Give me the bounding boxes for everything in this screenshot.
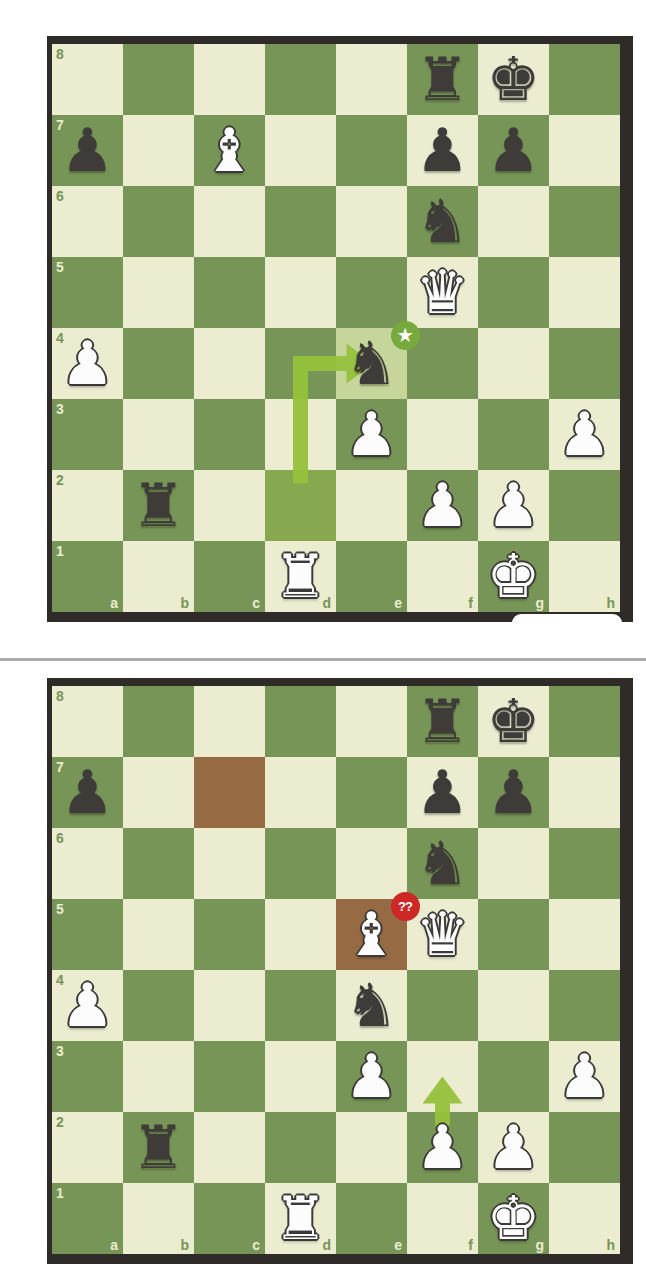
separator-line [0,658,646,661]
square-e2[interactable] [336,470,407,541]
square-g4[interactable] [478,328,549,399]
tooltip-notch [512,614,622,658]
piece-white-rook-d1[interactable]: ♜ [265,1183,336,1254]
square-d3[interactable] [265,1041,336,1112]
square-c2[interactable] [194,1112,265,1183]
piece-white-pawn-a4[interactable]: ♟ [52,328,123,399]
piece-white-pawn-e3[interactable]: ♟ [336,399,407,470]
square-h6[interactable] [549,186,620,257]
square-a5[interactable]: 5 [52,899,123,970]
square-a3[interactable]: 3 [52,1041,123,1112]
square-a1[interactable]: 1a [52,541,123,612]
square-d7[interactable] [265,115,336,186]
page: 87654321abcdefgh ♜♚♟♝♟♟♞♛♟♞♟♟♜♟♟♜♚ ★ 876… [0,0,646,1276]
square-c8[interactable] [194,44,265,115]
square-c3[interactable] [194,399,265,470]
square-f1[interactable]: f [407,1183,478,1254]
file-label-a: a [110,1238,118,1252]
square-a6[interactable]: 6 [52,828,123,899]
square-g3[interactable] [478,399,549,470]
square-g5[interactable] [478,257,549,328]
rank-label-2: 2 [56,473,64,487]
rank-label-5: 5 [56,902,64,916]
piece-black-knight-f6[interactable]: ♞ [407,186,478,257]
piece-white-pawn-g2[interactable]: ♟ [478,1112,549,1183]
square-a3[interactable]: 3 [52,399,123,470]
file-label-e: e [394,596,402,610]
square-h6[interactable] [549,828,620,899]
square-a6[interactable]: 6 [52,186,123,257]
square-h4[interactable] [549,970,620,1041]
square-h7[interactable] [549,757,620,828]
piece-white-rook-d1[interactable]: ♜ [265,541,336,612]
piece-black-pawn-a7[interactable]: ♟ [52,115,123,186]
square-b5[interactable] [123,257,194,328]
square-b1[interactable]: b [123,1183,194,1254]
square-g6[interactable] [478,186,549,257]
square-g6[interactable] [478,828,549,899]
square-a8[interactable]: 8 [52,686,123,757]
square-b4[interactable] [123,970,194,1041]
piece-black-knight-f6[interactable]: ♞ [407,828,478,899]
piece-black-rook-f8[interactable]: ♜ [407,686,478,757]
square-d2[interactable] [265,1112,336,1183]
square-b3[interactable] [123,1041,194,1112]
square-d6[interactable] [265,828,336,899]
file-label-b: b [180,1238,189,1252]
rank-label-8: 8 [56,47,64,61]
square-h8[interactable] [549,44,620,115]
piece-white-queen-f5[interactable]: ♛ [407,257,478,328]
square-c2[interactable] [194,470,265,541]
piece-black-king-g8[interactable]: ♚ [478,44,549,115]
square-b8[interactable] [123,44,194,115]
square-c1[interactable]: c [194,1183,265,1254]
square-c8[interactable] [194,686,265,757]
square-h2[interactable] [549,470,620,541]
square-a1[interactable]: 1a [52,1183,123,1254]
square-e1[interactable]: e [336,541,407,612]
rank-label-6: 6 [56,831,64,845]
square-c7-blunder-highlight[interactable] [194,757,265,828]
piece-white-pawn-h3[interactable]: ♟ [549,1041,620,1112]
square-e6[interactable] [336,828,407,899]
file-label-f: f [468,1238,473,1252]
square-e1[interactable]: e [336,1183,407,1254]
piece-black-pawn-f7[interactable]: ♟ [407,757,478,828]
piece-white-pawn-f2[interactable]: ♟ [407,470,478,541]
square-e8[interactable] [336,44,407,115]
piece-black-knight-e4[interactable]: ♞ [336,970,407,1041]
square-h5[interactable] [549,899,620,970]
piece-white-pawn-f2[interactable]: ♟ [407,1112,478,1183]
square-d8[interactable] [265,686,336,757]
square-b6[interactable] [123,828,194,899]
square-d4[interactable] [265,328,336,399]
square-f1[interactable]: f [407,541,478,612]
square-d2-best-highlight[interactable] [265,470,336,541]
square-b1[interactable]: b [123,541,194,612]
piece-black-rook-b2[interactable]: ♜ [123,470,194,541]
piece-white-bishop-e5[interactable]: ♝ [336,899,407,970]
file-label-e: e [394,1238,402,1252]
piece-white-king-g1[interactable]: ♚ [478,541,549,612]
square-a8[interactable]: 8 [52,44,123,115]
rank-label-1: 1 [56,544,64,558]
square-c3[interactable] [194,1041,265,1112]
rank-label-1: 1 [56,1186,64,1200]
square-h4[interactable] [549,328,620,399]
square-e8[interactable] [336,686,407,757]
piece-white-pawn-g2[interactable]: ♟ [478,470,549,541]
piece-black-king-g8[interactable]: ♚ [478,686,549,757]
square-f3[interactable] [407,1041,478,1112]
piece-black-pawn-g7[interactable]: ♟ [478,757,549,828]
square-b7[interactable] [123,757,194,828]
square-d7[interactable] [265,757,336,828]
square-c5[interactable] [194,899,265,970]
board-bottom: 87654321abcdefgh ♜♚♟♟♟♞♝♛♟♞♟♟♜♟♟♜♚ ?? [47,678,633,1264]
square-b5[interactable] [123,899,194,970]
square-a5[interactable]: 5 [52,257,123,328]
piece-white-queen-f5[interactable]: ♛ [407,899,478,970]
rank-label-6: 6 [56,189,64,203]
square-c4[interactable] [194,970,265,1041]
square-a2[interactable]: 2 [52,1112,123,1183]
square-d8[interactable] [265,44,336,115]
square-h2[interactable] [549,1112,620,1183]
square-c6[interactable] [194,828,265,899]
piece-black-knight-e4[interactable]: ♞ [336,328,407,399]
square-e5[interactable] [336,257,407,328]
piece-black-pawn-g7[interactable]: ♟ [478,115,549,186]
file-label-h: h [606,596,615,610]
square-c1[interactable]: c [194,541,265,612]
piece-white-pawn-e3[interactable]: ♟ [336,1041,407,1112]
rank-label-3: 3 [56,402,64,416]
file-label-a: a [110,596,118,610]
square-c4[interactable] [194,328,265,399]
square-e7[interactable] [336,115,407,186]
square-e7[interactable] [336,757,407,828]
square-d4[interactable] [265,970,336,1041]
rank-label-3: 3 [56,1044,64,1058]
piece-black-rook-b2[interactable]: ♜ [123,1112,194,1183]
square-h1[interactable]: h [549,541,620,612]
file-label-f: f [468,596,473,610]
square-g4[interactable] [478,970,549,1041]
square-f4[interactable] [407,970,478,1041]
board-top: 87654321abcdefgh ♜♚♟♝♟♟♞♛♟♞♟♟♜♟♟♜♚ ★ [47,36,633,622]
square-b8[interactable] [123,686,194,757]
rank-label-5: 5 [56,260,64,274]
square-g3[interactable] [478,1041,549,1112]
piece-black-pawn-a7[interactable]: ♟ [52,757,123,828]
rank-label-2: 2 [56,1115,64,1129]
square-d5[interactable] [265,257,336,328]
square-g5[interactable] [478,899,549,970]
square-b3[interactable] [123,399,194,470]
square-h1[interactable]: h [549,1183,620,1254]
piece-white-bishop-c7[interactable]: ♝ [194,115,265,186]
piece-white-king-g1[interactable]: ♚ [478,1183,549,1254]
square-d3[interactable] [265,399,336,470]
file-label-b: b [180,596,189,610]
square-b4[interactable] [123,328,194,399]
square-e6[interactable] [336,186,407,257]
piece-white-pawn-a4[interactable]: ♟ [52,970,123,1041]
square-e2[interactable] [336,1112,407,1183]
square-b6[interactable] [123,186,194,257]
piece-black-rook-f8[interactable]: ♜ [407,44,478,115]
square-c5[interactable] [194,257,265,328]
square-c6[interactable] [194,186,265,257]
file-label-c: c [252,1238,260,1252]
square-h5[interactable] [549,257,620,328]
rank-label-8: 8 [56,689,64,703]
square-d5[interactable] [265,899,336,970]
piece-black-pawn-f7[interactable]: ♟ [407,115,478,186]
file-label-c: c [252,596,260,610]
square-a2[interactable]: 2 [52,470,123,541]
square-d6[interactable] [265,186,336,257]
square-f3[interactable] [407,399,478,470]
piece-white-pawn-h3[interactable]: ♟ [549,399,620,470]
square-h8[interactable] [549,686,620,757]
square-b7[interactable] [123,115,194,186]
square-h7[interactable] [549,115,620,186]
file-label-h: h [606,1238,615,1252]
square-f4[interactable] [407,328,478,399]
